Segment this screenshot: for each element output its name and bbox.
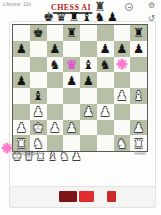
- black-pawn-e5[interactable]: ♟: [83, 73, 94, 88]
- white-tray-piece-4[interactable]: ♞: [60, 151, 70, 162]
- square-f1[interactable]: [97, 135, 114, 151]
- black-tray-piece-0[interactable]: ♚: [43, 11, 54, 23]
- white-pawn-e3[interactable]: ♟: [83, 104, 94, 119]
- white-pawn-b3[interactable]: ♟: [33, 104, 44, 119]
- bottom-toolbar: [9, 186, 156, 208]
- square-c5[interactable]: [47, 72, 64, 88]
- black-pawn-a7[interactable]: ♟: [16, 41, 27, 56]
- square-e3[interactable]: ♟: [80, 104, 97, 120]
- black-pawn-h7[interactable]: ♟: [133, 41, 144, 56]
- square-h3[interactable]: [130, 104, 147, 120]
- left-edge-pink-burst: [4, 145, 11, 152]
- white-rook-a1[interactable]: ♜: [16, 136, 27, 151]
- toolbar-segments: [59, 191, 116, 202]
- pink-burst-effect: [118, 61, 125, 68]
- square-g1[interactable]: ♞: [114, 135, 131, 151]
- black-king-b8[interactable]: ♚: [33, 25, 44, 40]
- square-b6[interactable]: [30, 57, 47, 73]
- window-label: Lifetime: 10s: [3, 2, 31, 7]
- square-b5[interactable]: [30, 72, 47, 88]
- black-pawn-f7[interactable]: ♟: [100, 41, 111, 56]
- square-b4[interactable]: ♝: [30, 88, 47, 104]
- square-a2[interactable]: ♟: [13, 120, 30, 136]
- segment-dark-red[interactable]: [59, 191, 77, 202]
- square-e1[interactable]: [80, 135, 97, 151]
- black-bishop-e6[interactable]: ♝: [83, 57, 94, 72]
- square-f8[interactable]: [97, 25, 114, 41]
- square-a7[interactable]: ♟: [13, 41, 30, 57]
- square-c3[interactable]: [47, 104, 64, 120]
- black-tray-piece-2[interactable]: ♜: [69, 11, 80, 23]
- black-tray-piece-3[interactable]: ♝: [82, 11, 93, 23]
- black-pawn-g7[interactable]: ♟: [116, 41, 127, 56]
- square-h7[interactable]: ♟: [130, 41, 147, 57]
- square-d1[interactable]: [63, 135, 80, 151]
- square-f7[interactable]: ♟: [97, 41, 114, 57]
- square-g2[interactable]: [114, 120, 131, 136]
- white-knight-g1[interactable]: ♞: [116, 136, 127, 151]
- white-pawn-h2[interactable]: ♟: [133, 120, 144, 135]
- square-c6[interactable]: ♞: [47, 57, 64, 73]
- black-knight-f6[interactable]: ♞: [100, 57, 111, 72]
- reset-button[interactable]: Reset: [134, 151, 146, 156]
- square-a3[interactable]: [13, 104, 30, 120]
- black-knight-c6[interactable]: ♞: [49, 57, 60, 72]
- black-tray-piece-1[interactable]: ♛: [56, 11, 67, 23]
- square-f5[interactable]: [97, 72, 114, 88]
- square-c2[interactable]: ♟: [47, 120, 64, 136]
- square-d5[interactable]: ♟: [63, 72, 80, 88]
- square-a1[interactable]: ♜: [13, 135, 30, 151]
- square-c4[interactable]: [47, 88, 64, 104]
- square-h5[interactable]: [130, 72, 147, 88]
- square-h4[interactable]: ♝: [130, 88, 147, 104]
- square-a6[interactable]: [13, 57, 30, 73]
- white-tray-piece-3[interactable]: ♝: [48, 151, 58, 162]
- white-bishop-h4[interactable]: ♝: [133, 88, 144, 103]
- square-e4[interactable]: [80, 88, 97, 104]
- square-d4[interactable]: [63, 88, 80, 104]
- black-rook-h8[interactable]: ♜: [133, 25, 144, 40]
- square-b7[interactable]: [30, 41, 47, 57]
- square-a4[interactable]: [13, 88, 30, 104]
- square-g7[interactable]: ♟: [114, 41, 131, 57]
- square-e6[interactable]: ♝: [80, 57, 97, 73]
- white-tray-piece-1[interactable]: ♛: [24, 151, 34, 162]
- square-g6[interactable]: [114, 57, 131, 73]
- square-g4[interactable]: ♟: [114, 88, 131, 104]
- square-f3[interactable]: ♟: [97, 104, 114, 120]
- white-pawn-g4[interactable]: ♟: [116, 88, 127, 103]
- square-c7[interactable]: ♟: [47, 41, 64, 57]
- square-f2[interactable]: [97, 120, 114, 136]
- square-g3[interactable]: [114, 104, 131, 120]
- square-a5[interactable]: ♟: [13, 72, 30, 88]
- square-b1[interactable]: ♞: [30, 135, 47, 151]
- square-f4[interactable]: [97, 88, 114, 104]
- settings-gear-icon[interactable]: ⚙: [148, 1, 155, 10]
- square-e5[interactable]: ♟: [80, 72, 97, 88]
- white-tray-piece-5[interactable]: ♟: [71, 151, 81, 162]
- square-e7[interactable]: [80, 41, 97, 57]
- white-pawn-c2[interactable]: ♟: [49, 120, 60, 135]
- black-queen-d6[interactable]: ♛: [66, 57, 77, 72]
- square-h8[interactable]: ♜: [130, 25, 147, 41]
- square-f6[interactable]: ♞: [97, 57, 114, 73]
- black-pawn-c7[interactable]: ♟: [49, 41, 60, 56]
- black-tray-piece-4[interactable]: ♞: [94, 11, 105, 23]
- square-d6[interactable]: ♛: [63, 57, 80, 73]
- white-rook-h1[interactable]: ♜: [133, 136, 144, 151]
- black-bishop-b4[interactable]: ♝: [33, 88, 44, 103]
- square-h1[interactable]: ♜: [130, 135, 147, 151]
- square-d2[interactable]: ♟: [63, 120, 80, 136]
- square-c8[interactable]: [47, 25, 64, 41]
- chess-board: ♚♜♜♟♟♟♟♟♞♛♝♞♟♟♟♝♟♝♟♟♟♟♚♟♟♟♜♞♞♜: [12, 24, 148, 152]
- square-b2[interactable]: ♚: [30, 120, 47, 136]
- bottom-row: No. of moves: 0 ♚♛♜♝♞♟ Reset: [12, 151, 146, 156]
- white-pawn-a2[interactable]: ♟: [16, 120, 27, 135]
- white-tray-piece-0[interactable]: ♚: [12, 151, 22, 162]
- square-g8[interactable]: [114, 25, 131, 41]
- segment-gap: [96, 191, 105, 202]
- square-c1[interactable]: [47, 135, 64, 151]
- square-g5[interactable]: [114, 72, 131, 88]
- square-b8[interactable]: ♚: [30, 25, 47, 41]
- white-pawn-d2[interactable]: ♟: [66, 120, 77, 135]
- square-e8[interactable]: [80, 25, 97, 41]
- square-h2[interactable]: ♟: [130, 120, 147, 136]
- square-d7[interactable]: [63, 41, 80, 57]
- segment-bright-red[interactable]: [79, 191, 94, 202]
- black-piece-tray: ♚♛♜♝♞♟: [0, 11, 161, 23]
- white-king-b2[interactable]: ♚: [33, 120, 44, 135]
- black-pawn-a5[interactable]: ♟: [16, 73, 27, 88]
- square-h6[interactable]: [130, 57, 147, 73]
- white-knight-b1[interactable]: ♞: [33, 136, 44, 151]
- black-pawn-d5[interactable]: ♟: [66, 73, 77, 88]
- black-rook-d8[interactable]: ♜: [66, 25, 77, 40]
- square-d8[interactable]: ♜: [63, 25, 80, 41]
- square-b3[interactable]: ♟: [30, 104, 47, 120]
- white-tray-piece-2[interactable]: ♜: [36, 151, 46, 162]
- minus-circle-icon[interactable]: [125, 3, 133, 11]
- square-a8[interactable]: [13, 25, 30, 41]
- segment-red[interactable]: [107, 191, 116, 202]
- black-tray-piece-5[interactable]: ♟: [107, 11, 118, 23]
- square-e2[interactable]: [80, 120, 97, 136]
- white-piece-tray: ♚♛♜♝♞♟: [12, 151, 81, 162]
- square-d3[interactable]: [63, 104, 80, 120]
- white-pawn-f3[interactable]: ♟: [100, 104, 111, 119]
